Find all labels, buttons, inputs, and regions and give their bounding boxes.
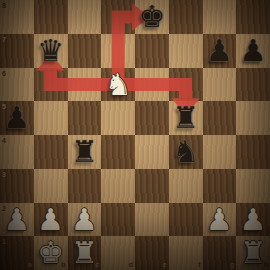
piece-white-pawn-b2[interactable]: ♟ [34,203,68,237]
piece-white-knight-d6[interactable]: ♞ [101,68,135,102]
piece-black-rook-f5[interactable]: ♜ [169,101,203,135]
piece-white-pawn-c2[interactable]: ♟ [68,203,102,237]
piece-black-pawn-h7[interactable]: ♟ [236,34,270,68]
video-frame: 87654321abcdefgh ♚♛♟♟♞♟♜♜♞♟♟♟♟♟♚♜♜ [0,0,270,270]
piece-black-knight-f4[interactable]: ♞ [169,135,203,169]
piece-black-rook-c4[interactable]: ♜ [68,135,102,169]
piece-white-pawn-h2[interactable]: ♟ [236,203,270,237]
piece-black-pawn-g7[interactable]: ♟ [203,34,237,68]
piece-black-king-e8[interactable]: ♚ [135,0,169,34]
pieces-layer: ♚♛♟♟♞♟♜♜♞♟♟♟♟♟♚♜♜ [0,0,270,270]
piece-white-rook-h1[interactable]: ♜ [236,236,270,270]
piece-black-queen-b7[interactable]: ♛ [34,34,68,68]
piece-white-rook-c1[interactable]: ♜ [68,236,102,270]
piece-white-king-b1[interactable]: ♚ [34,236,68,270]
piece-white-pawn-a2[interactable]: ♟ [0,203,34,237]
piece-white-pawn-g2[interactable]: ♟ [203,203,237,237]
piece-black-pawn-a5[interactable]: ♟ [0,101,34,135]
